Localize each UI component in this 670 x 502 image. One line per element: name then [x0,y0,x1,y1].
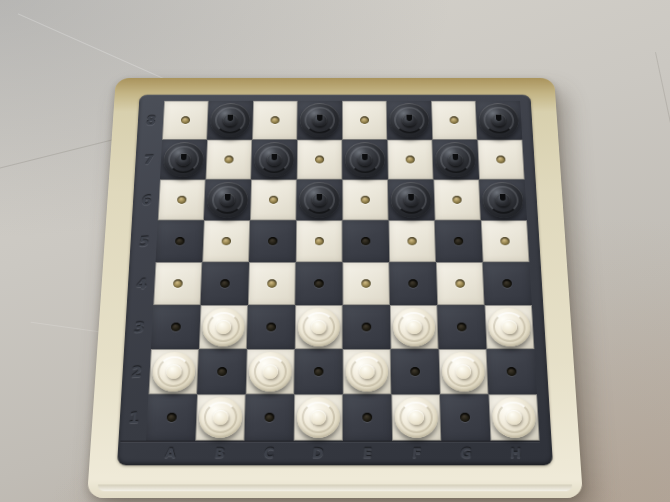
square-f4[interactable] [389,262,437,305]
black-checker-e7[interactable] [345,142,385,177]
square-d2[interactable] [294,349,343,394]
peg-hole [361,279,370,288]
square-d6[interactable] [296,180,342,221]
square-d1[interactable] [294,394,343,440]
piece-center-peg [491,114,506,126]
peg-hole [220,279,230,288]
square-c2[interactable] [246,349,295,394]
peg-hole [315,237,324,245]
square-b7[interactable] [206,140,253,180]
peg-hole [314,279,323,288]
rank-label-2: 2 [130,363,143,381]
rank-label-1: 1 [128,408,142,426]
square-h4[interactable] [483,262,532,305]
black-checker-b6[interactable] [207,182,249,218]
piece-center-peg [262,364,278,378]
peg-hole [455,279,465,288]
square-h6[interactable] [479,180,527,221]
square-b1[interactable] [195,394,245,440]
peg-hole [362,413,372,422]
piece-center-peg [506,410,522,425]
rank-label-cell-4: 4 [129,262,156,305]
piece-center-peg [455,364,471,378]
file-label-cell-E: E [343,441,393,464]
square-a4[interactable] [153,262,202,305]
piece-center-peg [176,153,191,166]
rank-label-8: 8 [145,112,157,127]
peg-hole [167,413,177,422]
rank-label-cell-3: 3 [126,305,153,349]
square-a1[interactable] [146,394,197,440]
square-g5[interactable] [435,220,483,262]
white-checker-f1[interactable] [394,397,438,438]
peg-hole [449,116,458,124]
peg-hole [266,323,276,332]
square-b6[interactable] [204,180,251,221]
file-label-G: G [460,445,472,460]
square-d3[interactable] [295,305,343,349]
peg-hole [361,237,370,245]
square-g7[interactable] [432,140,479,180]
rank-label-cell-5: 5 [131,220,158,262]
square-e1[interactable] [343,394,392,440]
square-a8[interactable] [162,101,209,140]
peg-hole [175,237,185,245]
square-g3[interactable] [437,305,486,349]
file-label-cell-H: H [490,441,541,464]
peg-hole [270,116,279,124]
file-label-cell-F: F [392,441,442,464]
square-c5[interactable] [249,220,296,262]
black-checker-c7[interactable] [254,142,295,177]
square-e3[interactable] [343,305,391,349]
square-e6[interactable] [342,180,388,221]
square-e2[interactable] [343,349,392,394]
file-label-C: C [263,445,275,460]
square-h2[interactable] [486,349,537,394]
black-checker-h8[interactable] [478,103,519,137]
piece-center-peg [166,364,182,378]
rank-label-3: 3 [133,318,146,335]
board-grid: 87654321ABCDEFGH [119,101,541,464]
white-checker-a2[interactable] [152,352,196,392]
square-g1[interactable] [440,394,491,440]
white-checker-d3[interactable] [298,308,340,347]
peg-hole [217,367,227,376]
peg-hole [500,237,510,245]
peg-hole [410,367,420,376]
piece-center-peg [359,364,375,378]
rank-label-7: 7 [143,152,156,168]
square-c7[interactable] [251,140,297,180]
file-label-E: E [362,445,373,460]
square-d7[interactable] [297,140,343,180]
peg-hole [406,155,415,163]
file-label-cell-B: B [194,441,244,464]
piece-center-peg [404,193,419,206]
square-b2[interactable] [197,349,247,394]
square-e4[interactable] [342,262,389,305]
piece-center-peg [408,410,424,425]
file-label-cell-C: C [244,441,294,464]
black-checker-d8[interactable] [300,103,340,137]
piece-center-peg [213,410,229,425]
square-g6[interactable] [433,180,480,221]
square-b5[interactable] [202,220,250,262]
square-d8[interactable] [297,101,342,140]
peg-hole [171,323,181,332]
piece-center-peg [495,193,510,206]
square-b8[interactable] [207,101,253,140]
black-checker-f6[interactable] [391,182,432,218]
rank-label-4: 4 [136,275,149,292]
white-checker-h1[interactable] [491,397,536,438]
peg-hole [265,413,275,422]
peg-hole [314,367,324,376]
file-label-B: B [213,445,225,460]
black-checker-a7[interactable] [163,142,204,177]
rank-label-cell-7: 7 [136,140,162,180]
square-c3[interactable] [247,305,295,349]
square-h1[interactable] [488,394,539,440]
file-label-F: F [412,445,422,460]
file-label-A: A [164,445,177,460]
rank-label-cell-2: 2 [123,349,151,394]
square-f8[interactable] [387,101,433,140]
photo-background: 87654321ABCDEFGH [0,0,670,502]
piece-center-peg [448,153,463,166]
square-f1[interactable] [391,394,441,440]
rank-label-6: 6 [141,192,154,208]
peg-hole [177,196,187,204]
square-d4[interactable] [295,262,342,305]
black-checker-f8[interactable] [389,103,429,137]
file-label-D: D [312,445,325,460]
peg-hole [407,237,416,245]
square-a7[interactable] [160,140,207,180]
square-b4[interactable] [201,262,249,305]
white-checker-b3[interactable] [202,308,245,347]
surface-scratch [655,52,670,189]
black-checker-b8[interactable] [210,103,251,137]
peg-hole [222,237,232,245]
square-e5[interactable] [342,220,389,262]
square-a3[interactable] [151,305,201,349]
square-f6[interactable] [388,180,435,221]
square-h5[interactable] [481,220,530,262]
rank-label-cell-8: 8 [139,101,164,140]
piece-center-peg [402,114,417,126]
piece-center-peg [267,153,282,166]
square-f5[interactable] [389,220,436,262]
white-checker-e2[interactable] [346,352,389,392]
peg-hole [360,116,369,124]
peg-hole [454,237,464,245]
piece-center-peg [311,410,327,425]
white-checker-g2[interactable] [442,352,486,392]
peg-hole [267,279,277,288]
square-e7[interactable] [342,140,388,180]
black-checker-d6[interactable] [299,182,340,218]
peg-hole [460,413,470,422]
square-g8[interactable] [431,101,477,140]
square-f2[interactable] [391,349,440,394]
travel-case: 87654321ABCDEFGH [87,78,583,498]
black-checker-h6[interactable] [482,182,524,218]
peg-hole [457,323,467,332]
square-h7[interactable] [477,140,524,180]
square-h3[interactable] [485,305,535,349]
square-c1[interactable] [244,394,294,440]
peg-hole [181,116,190,124]
file-label-H: H [510,445,522,460]
square-f7[interactable] [387,140,433,180]
piece-center-peg [223,114,238,126]
peg-hole [496,155,505,163]
black-checker-g7[interactable] [435,142,476,177]
square-c6[interactable] [250,180,297,221]
rank-label-5: 5 [138,233,151,250]
square-c4[interactable] [248,262,296,305]
piece-center-peg [358,153,373,166]
piece-center-peg [312,193,327,206]
square-g4[interactable] [436,262,485,305]
square-a6[interactable] [158,180,206,221]
rank-label-cell-6: 6 [134,180,160,221]
square-g2[interactable] [439,349,489,394]
white-checker-b1[interactable] [198,397,242,438]
board-corner-cell [119,441,146,464]
peg-hole [224,155,233,163]
piece-center-peg [501,320,517,334]
square-f3[interactable] [390,305,439,349]
perspective-wrapper: 87654321ABCDEFGH [87,78,583,498]
white-checker-f3[interactable] [393,308,436,347]
peg-hole [269,196,278,204]
peg-hole [173,279,183,288]
square-d5[interactable] [296,220,343,262]
white-checker-h3[interactable] [488,308,532,347]
square-h8[interactable] [476,101,523,140]
file-label-cell-G: G [441,441,491,464]
square-a5[interactable] [156,220,204,262]
white-checker-c2[interactable] [249,352,292,392]
peg-hole [315,155,324,163]
peg-hole [452,196,461,204]
rank-label-cell-1: 1 [120,394,148,440]
square-b3[interactable] [199,305,248,349]
piece-center-peg [216,320,232,334]
peg-hole [362,323,372,332]
square-c8[interactable] [252,101,297,140]
piece-center-peg [311,320,326,334]
piece-center-peg [313,114,327,126]
piece-center-peg [406,320,422,334]
peg-hole [268,237,277,245]
peg-hole [507,367,517,376]
peg-hole [502,279,512,288]
file-label-cell-A: A [145,441,195,464]
piece-center-peg [220,193,235,206]
square-e8[interactable] [342,101,387,140]
file-label-cell-D: D [293,441,343,464]
checkers-board: 87654321ABCDEFGH [117,95,553,466]
white-checker-d1[interactable] [297,397,340,438]
square-a2[interactable] [149,349,199,394]
peg-hole [408,279,418,288]
peg-hole [361,196,370,204]
